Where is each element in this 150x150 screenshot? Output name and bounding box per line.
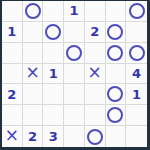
cell-r2c7[interactable] <box>126 22 147 43</box>
circle-mark <box>25 3 41 19</box>
cell-r7c3[interactable]: 3 <box>43 126 64 147</box>
cell-r2c2[interactable] <box>23 22 44 43</box>
cell-r3c7[interactable] <box>126 43 147 64</box>
cell-r4c6[interactable] <box>106 64 127 85</box>
circle-mark <box>66 45 82 61</box>
cell-r1c4[interactable]: 1 <box>64 1 85 22</box>
digit-clue: 2 <box>90 25 99 38</box>
circle-mark <box>87 129 103 145</box>
digit-clue: 1 <box>7 25 16 38</box>
circle-mark <box>45 24 61 40</box>
cell-r4c5[interactable]: × <box>85 64 106 85</box>
circle-mark <box>129 45 145 61</box>
circle-mark <box>107 45 123 61</box>
digit-clue: 3 <box>49 130 58 143</box>
cell-r6c3[interactable] <box>43 105 64 126</box>
cell-r1c5[interactable] <box>85 1 106 22</box>
cell-r7c4[interactable] <box>64 126 85 147</box>
cell-r5c7[interactable]: 1 <box>126 84 147 105</box>
digit-clue: 1 <box>49 67 58 80</box>
cell-r4c2[interactable]: × <box>23 64 44 85</box>
cell-r5c2[interactable] <box>23 84 44 105</box>
cell-r6c1[interactable] <box>2 105 23 126</box>
cell-r2c5[interactable]: 2 <box>85 22 106 43</box>
cross-mark: × <box>25 64 39 81</box>
cell-r5c6[interactable] <box>106 84 127 105</box>
cell-r2c3[interactable] <box>43 22 64 43</box>
digit-clue: 2 <box>7 88 16 101</box>
cell-r5c4[interactable] <box>64 84 85 105</box>
digit-clue: 1 <box>69 4 78 17</box>
digit-clue: 1 <box>132 88 141 101</box>
cell-r6c7[interactable] <box>126 105 147 126</box>
cell-r3c1[interactable] <box>2 43 23 64</box>
cell-r4c4[interactable] <box>64 64 85 85</box>
circle-mark <box>129 3 145 19</box>
puzzle-board: 112×1×421×23 <box>0 0 150 150</box>
cell-r4c1[interactable] <box>2 64 23 85</box>
cell-r2c6[interactable] <box>106 22 127 43</box>
cell-r7c5[interactable] <box>85 126 106 147</box>
cell-r6c5[interactable] <box>85 105 106 126</box>
cell-r1c3[interactable] <box>43 1 64 22</box>
cell-r1c7[interactable] <box>126 1 147 22</box>
circle-mark <box>107 86 123 102</box>
cell-r3c4[interactable] <box>64 43 85 64</box>
digit-clue: 2 <box>28 130 37 143</box>
cell-r7c1[interactable]: × <box>2 126 23 147</box>
cell-r1c2[interactable] <box>23 1 44 22</box>
digit-clue: 4 <box>132 67 141 80</box>
cell-r6c6[interactable] <box>106 105 127 126</box>
cell-r3c5[interactable] <box>85 43 106 64</box>
cell-r2c4[interactable] <box>64 22 85 43</box>
cell-r7c7[interactable] <box>126 126 147 147</box>
cell-r5c1[interactable]: 2 <box>2 84 23 105</box>
cell-r3c2[interactable] <box>23 43 44 64</box>
cell-r2c1[interactable]: 1 <box>2 22 23 43</box>
cross-mark: × <box>88 64 102 81</box>
circle-mark <box>107 24 123 40</box>
cross-mark: × <box>5 127 19 144</box>
cell-r5c5[interactable] <box>85 84 106 105</box>
cell-r7c2[interactable]: 2 <box>23 126 44 147</box>
circle-mark <box>107 107 123 123</box>
cell-r4c7[interactable]: 4 <box>126 64 147 85</box>
cell-r1c1[interactable] <box>2 1 23 22</box>
cell-r3c3[interactable] <box>43 43 64 64</box>
cell-r6c2[interactable] <box>23 105 44 126</box>
cell-r6c4[interactable] <box>64 105 85 126</box>
cell-r5c3[interactable] <box>43 84 64 105</box>
cell-r3c6[interactable] <box>106 43 127 64</box>
cell-r4c3[interactable]: 1 <box>43 64 64 85</box>
cell-r1c6[interactable] <box>106 1 127 22</box>
cell-r7c6[interactable] <box>106 126 127 147</box>
